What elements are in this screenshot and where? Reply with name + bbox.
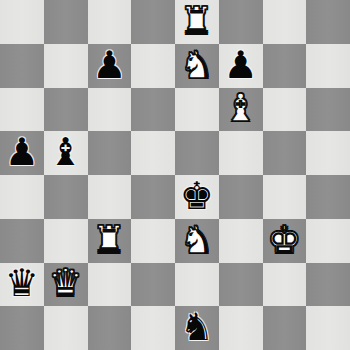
square-b2[interactable]: ♛ <box>44 263 88 307</box>
square-e5[interactable] <box>175 131 219 175</box>
square-e4[interactable]: ♚ <box>175 175 219 219</box>
piece-black-knight-e1: ♞ <box>180 308 214 346</box>
square-d4[interactable] <box>131 175 175 219</box>
square-h4[interactable] <box>306 175 350 219</box>
piece-black-pawn-f7: ♟ <box>224 46 258 84</box>
square-h8[interactable] <box>306 0 350 44</box>
square-h3[interactable] <box>306 219 350 263</box>
square-e1[interactable]: ♞ <box>175 306 219 350</box>
piece-white-queen-b2: ♛ <box>49 264 83 302</box>
square-a8[interactable] <box>0 0 44 44</box>
square-c8[interactable] <box>88 0 132 44</box>
square-c5[interactable] <box>88 131 132 175</box>
square-a6[interactable] <box>0 88 44 132</box>
piece-black-queen-a2: ♛ <box>5 264 39 302</box>
square-h7[interactable] <box>306 44 350 88</box>
square-g4[interactable] <box>263 175 307 219</box>
square-e2[interactable] <box>175 263 219 307</box>
square-d1[interactable] <box>131 306 175 350</box>
square-d5[interactable] <box>131 131 175 175</box>
square-d3[interactable] <box>131 219 175 263</box>
square-a1[interactable] <box>0 306 44 350</box>
square-d6[interactable] <box>131 88 175 132</box>
square-g1[interactable] <box>263 306 307 350</box>
piece-white-bishop-f6: ♝ <box>224 89 258 127</box>
square-b3[interactable] <box>44 219 88 263</box>
square-b1[interactable] <box>44 306 88 350</box>
square-g8[interactable] <box>263 0 307 44</box>
square-c2[interactable] <box>88 263 132 307</box>
square-g6[interactable] <box>263 88 307 132</box>
piece-white-king-g3: ♚ <box>267 221 301 259</box>
square-b4[interactable] <box>44 175 88 219</box>
square-h2[interactable] <box>306 263 350 307</box>
square-f1[interactable] <box>219 306 263 350</box>
square-h6[interactable] <box>306 88 350 132</box>
square-h5[interactable] <box>306 131 350 175</box>
square-f6[interactable]: ♝ <box>219 88 263 132</box>
square-a7[interactable] <box>0 44 44 88</box>
square-a4[interactable] <box>0 175 44 219</box>
square-b7[interactable] <box>44 44 88 88</box>
piece-white-rook-c3: ♜ <box>92 221 126 259</box>
square-d2[interactable] <box>131 263 175 307</box>
square-f7[interactable]: ♟ <box>219 44 263 88</box>
square-d8[interactable] <box>131 0 175 44</box>
square-f8[interactable] <box>219 0 263 44</box>
piece-black-pawn-a5: ♟ <box>5 133 39 171</box>
square-f2[interactable] <box>219 263 263 307</box>
square-e6[interactable] <box>175 88 219 132</box>
square-g5[interactable] <box>263 131 307 175</box>
piece-black-king-e4: ♚ <box>180 177 214 215</box>
square-c6[interactable] <box>88 88 132 132</box>
square-b8[interactable] <box>44 0 88 44</box>
square-f3[interactable] <box>219 219 263 263</box>
square-b6[interactable] <box>44 88 88 132</box>
square-b5[interactable]: ♝ <box>44 131 88 175</box>
square-e7[interactable]: ♞ <box>175 44 219 88</box>
piece-white-knight-e7: ♞ <box>180 46 214 84</box>
square-e3[interactable]: ♞ <box>175 219 219 263</box>
square-c4[interactable] <box>88 175 132 219</box>
piece-black-bishop-b5: ♝ <box>49 133 83 171</box>
square-c3[interactable]: ♜ <box>88 219 132 263</box>
square-e8[interactable]: ♜ <box>175 0 219 44</box>
square-g2[interactable] <box>263 263 307 307</box>
square-a5[interactable]: ♟ <box>0 131 44 175</box>
square-g7[interactable] <box>263 44 307 88</box>
piece-white-rook-e8: ♜ <box>180 2 214 40</box>
chess-board: ♜♟♞♟♝♟♝♚♜♞♚♛♛♞ <box>0 0 350 350</box>
piece-black-pawn-c7: ♟ <box>92 46 126 84</box>
square-c1[interactable] <box>88 306 132 350</box>
square-g3[interactable]: ♚ <box>263 219 307 263</box>
square-f5[interactable] <box>219 131 263 175</box>
square-f4[interactable] <box>219 175 263 219</box>
square-d7[interactable] <box>131 44 175 88</box>
piece-white-knight-e3: ♞ <box>180 221 214 259</box>
square-c7[interactable]: ♟ <box>88 44 132 88</box>
square-a3[interactable] <box>0 219 44 263</box>
square-h1[interactable] <box>306 306 350 350</box>
square-a2[interactable]: ♛ <box>0 263 44 307</box>
